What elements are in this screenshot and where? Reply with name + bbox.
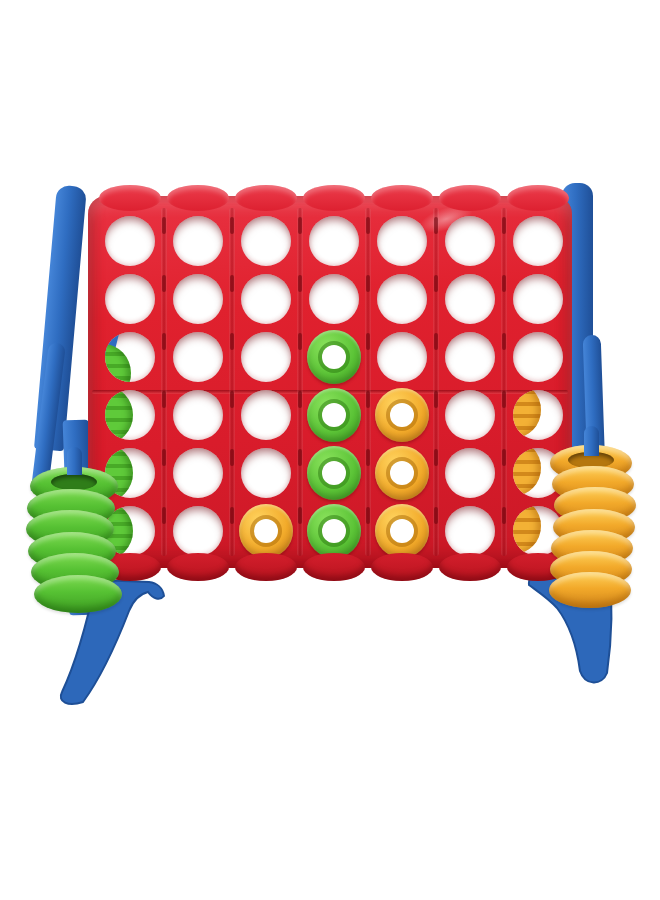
board-cell-r6c2[interactable] (164, 502, 232, 560)
rib-slot (298, 449, 302, 466)
giant-connect-four-photo (0, 0, 660, 900)
piece-center-hole (322, 519, 346, 543)
board-cell-r1c1[interactable] (96, 212, 164, 270)
rib-slot (162, 391, 166, 408)
green-ring-piece[interactable] (307, 330, 361, 384)
rib-slot (434, 449, 438, 466)
rib-slot (230, 275, 234, 292)
board-cell-r2c7[interactable] (504, 270, 572, 328)
hole (105, 390, 155, 440)
board-cell-r6c6[interactable] (436, 502, 504, 560)
column-rib (297, 208, 303, 556)
board-cell-r5c3[interactable] (232, 444, 300, 502)
hole (241, 390, 291, 440)
rib-slot (162, 333, 166, 350)
hole (105, 332, 155, 382)
board-cell-r5c5[interactable] (368, 444, 436, 502)
green-ring-stack-glimpse (105, 448, 133, 498)
rib-slot (298, 333, 302, 350)
rib-slot (366, 217, 370, 234)
board-scallop-bottom (303, 553, 365, 581)
piece-center-hole (390, 403, 414, 427)
board-cell-r3c6[interactable] (436, 328, 504, 386)
rib-slot (366, 333, 370, 350)
piece-center-hole (390, 461, 414, 485)
hole (173, 390, 223, 440)
hole (241, 216, 291, 266)
board-cell-r3c1[interactable] (96, 328, 164, 386)
board-scallop-top (303, 185, 365, 211)
board-scallop-top (507, 185, 569, 211)
left-pole-tip-in-ring (67, 447, 82, 475)
board-cell-r3c4[interactable] (300, 328, 368, 386)
board-scallop-bottom (439, 553, 501, 581)
hole (513, 216, 563, 266)
rib-slot (434, 333, 438, 350)
rib-slot (502, 391, 506, 408)
rib-slot (434, 391, 438, 408)
green-ring-stack-glimpse (105, 506, 133, 556)
hole (513, 448, 563, 498)
green-ring-stack-glimpse (105, 390, 133, 440)
board-cell-r2c3[interactable] (232, 270, 300, 328)
rib-slot (366, 391, 370, 408)
yellow-ring-piece[interactable] (239, 504, 293, 558)
rib-slot (162, 275, 166, 292)
rib-slot (298, 275, 302, 292)
hole (513, 274, 563, 324)
board-cell-r3c5[interactable] (368, 328, 436, 386)
column-rib (501, 208, 507, 556)
rib-slot (230, 391, 234, 408)
board-cell-r4c2[interactable] (164, 386, 232, 444)
green-ring-piece[interactable] (307, 504, 361, 558)
rib-slot (298, 391, 302, 408)
hole (309, 274, 359, 324)
hole (377, 216, 427, 266)
board-cell-r4c7[interactable] (504, 386, 572, 444)
rib-slot (502, 333, 506, 350)
hole (377, 332, 427, 382)
rib-slot (230, 507, 234, 524)
rib-slot (298, 217, 302, 234)
hole (173, 216, 223, 266)
board-cell-r6c1[interactable] (96, 502, 164, 560)
board-scallop-bottom (99, 553, 161, 581)
board-cell-r4c4[interactable] (300, 386, 368, 444)
hole (309, 216, 359, 266)
hole (513, 390, 563, 440)
hole (445, 390, 495, 440)
rib-slot (502, 449, 506, 466)
piece-center-hole (322, 461, 346, 485)
yellow-ring-piece[interactable] (375, 446, 429, 500)
board-cell-r1c4[interactable] (300, 212, 368, 270)
rib-slot (366, 275, 370, 292)
board-cell-r1c6[interactable] (436, 212, 504, 270)
board-cell-r3c3[interactable] (232, 328, 300, 386)
yellow-ring-stack-glimpse (513, 506, 541, 554)
board-cell-r5c4[interactable] (300, 444, 368, 502)
piece-center-hole (254, 519, 278, 543)
board-cell-r2c2[interactable] (164, 270, 232, 328)
rib-slot (434, 507, 438, 524)
board-cell-r4c5[interactable] (368, 386, 436, 444)
board-cell-r5c1[interactable] (96, 444, 164, 502)
rib-slot (502, 217, 506, 234)
rib-slot (366, 507, 370, 524)
hole (173, 506, 223, 556)
piece-center-hole (322, 345, 346, 369)
column-rib (229, 208, 235, 556)
rib-slot (434, 217, 438, 234)
hole (173, 332, 223, 382)
board-cell-r4c1[interactable] (96, 386, 164, 444)
board-cell-r5c6[interactable] (436, 444, 504, 502)
yellow-ring-stack-glimpse (513, 448, 541, 496)
hole (445, 274, 495, 324)
piece-center-hole (390, 519, 414, 543)
board-cell-r4c3[interactable] (232, 386, 300, 444)
hole (513, 332, 563, 382)
board-scallop-top (371, 185, 433, 211)
hole (377, 274, 427, 324)
hole (105, 506, 155, 556)
hole (445, 448, 495, 498)
connect-four-board (88, 196, 572, 568)
green-ring-piece[interactable] (307, 388, 361, 442)
board-cell-r1c2[interactable] (164, 212, 232, 270)
yellow-ring-piece[interactable] (375, 388, 429, 442)
yellow-ring-stack-glimpse (513, 390, 541, 438)
hole (105, 216, 155, 266)
yellow-ring-piece[interactable] (375, 504, 429, 558)
rib-slot (162, 449, 166, 466)
piece-center-hole (322, 403, 346, 427)
hole (445, 216, 495, 266)
board-cell-r4c6[interactable] (436, 386, 504, 444)
hole (173, 448, 223, 498)
rib-slot (502, 507, 506, 524)
board-cell-r3c2[interactable] (164, 328, 232, 386)
board-cell-r5c7[interactable] (504, 444, 572, 502)
board-cell-r1c5[interactable] (368, 212, 436, 270)
board-scallop-top (167, 185, 229, 211)
board-cell-r5c2[interactable] (164, 444, 232, 502)
hole (445, 506, 495, 556)
rib-slot (298, 507, 302, 524)
rib-slot (162, 507, 166, 524)
board-scallop-top (99, 185, 161, 211)
board-cell-r3c7[interactable] (504, 328, 572, 386)
board-cell-r6c4[interactable] (300, 502, 368, 560)
hole (241, 274, 291, 324)
green-ring-piece[interactable] (307, 446, 361, 500)
hole (445, 332, 495, 382)
hole (173, 274, 223, 324)
green-ring-stack-glimpse (105, 344, 131, 382)
hole (513, 506, 563, 556)
board-scallop-bottom (167, 553, 229, 581)
board-cell-r2c6[interactable] (436, 270, 504, 328)
board-cell-r2c5[interactable] (368, 270, 436, 328)
column-rib (365, 208, 371, 556)
rib-slot (502, 275, 506, 292)
board-cell-r6c3[interactable] (232, 502, 300, 560)
rib-slot (230, 217, 234, 234)
rib-slot (434, 275, 438, 292)
rib-slot (230, 449, 234, 466)
board-scallop-bottom (235, 553, 297, 581)
rib-slot (230, 333, 234, 350)
board-scallop-top (235, 185, 297, 211)
board-scallop-bottom (371, 553, 433, 581)
hole (241, 448, 291, 498)
board-scallop-bottom (507, 553, 569, 581)
board-cell-r2c1[interactable] (96, 270, 164, 328)
rib-slot (162, 217, 166, 234)
board-cell-r6c5[interactable] (368, 502, 436, 560)
board-cell-r1c3[interactable] (232, 212, 300, 270)
board-scallop-top (439, 185, 501, 211)
board-cell-r6c7[interactable] (504, 502, 572, 560)
hole (105, 274, 155, 324)
right-pole-tip-in-ring (584, 426, 599, 456)
hole (241, 332, 291, 382)
board-cell-r2c4[interactable] (300, 270, 368, 328)
column-rib (433, 208, 439, 556)
board-cell-r1c7[interactable] (504, 212, 572, 270)
hole (105, 448, 155, 498)
column-rib (161, 208, 167, 556)
rib-slot (366, 449, 370, 466)
